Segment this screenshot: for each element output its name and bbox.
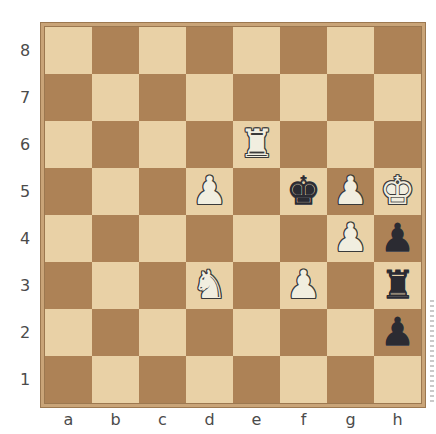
square-a8[interactable]	[45, 27, 92, 74]
square-b7[interactable]	[92, 74, 139, 121]
square-h5[interactable]: ♚	[374, 168, 421, 215]
square-e3[interactable]	[233, 262, 280, 309]
square-g1[interactable]	[327, 356, 374, 403]
square-e7[interactable]	[233, 74, 280, 121]
square-e4[interactable]	[233, 215, 280, 262]
square-b3[interactable]	[92, 262, 139, 309]
square-h2[interactable]: ♟	[374, 309, 421, 356]
piece-white-pawn: ♟	[327, 168, 374, 215]
file-label-g: g	[327, 408, 374, 432]
square-h6[interactable]	[374, 121, 421, 168]
square-a2[interactable]	[45, 309, 92, 356]
square-d5[interactable]: ♟	[186, 168, 233, 215]
chess-board: ♜♟♚♟♚♟♟♞♟♜♟	[44, 26, 422, 404]
square-h7[interactable]	[374, 74, 421, 121]
rank-label-5: 5	[14, 168, 36, 215]
file-labels: abcdefgh	[45, 408, 421, 432]
piece-black-pawn: ♟	[374, 215, 421, 262]
square-a1[interactable]	[45, 356, 92, 403]
square-c4[interactable]	[139, 215, 186, 262]
rank-label-6: 6	[14, 121, 36, 168]
piece-white-pawn: ♟	[186, 168, 233, 215]
square-h1[interactable]	[374, 356, 421, 403]
square-d3[interactable]: ♞	[186, 262, 233, 309]
square-d1[interactable]	[186, 356, 233, 403]
file-label-a: a	[45, 408, 92, 432]
square-b2[interactable]	[92, 309, 139, 356]
square-c5[interactable]	[139, 168, 186, 215]
square-c2[interactable]	[139, 309, 186, 356]
square-e8[interactable]	[233, 27, 280, 74]
square-e2[interactable]	[233, 309, 280, 356]
piece-white-king: ♚	[374, 168, 421, 215]
rank-label-4: 4	[14, 215, 36, 262]
square-b1[interactable]	[92, 356, 139, 403]
rank-label-3: 3	[14, 262, 36, 309]
rank-label-1: 1	[14, 356, 36, 403]
square-h4[interactable]: ♟	[374, 215, 421, 262]
square-c8[interactable]	[139, 27, 186, 74]
piece-black-pawn: ♟	[374, 309, 421, 356]
file-label-b: b	[92, 408, 139, 432]
rank-label-7: 7	[14, 74, 36, 121]
file-label-h: h	[374, 408, 421, 432]
square-e1[interactable]	[233, 356, 280, 403]
piece-black-king: ♚	[280, 168, 327, 215]
square-f2[interactable]	[280, 309, 327, 356]
square-e6[interactable]: ♜	[233, 121, 280, 168]
square-b6[interactable]	[92, 121, 139, 168]
piece-white-knight: ♞	[186, 262, 233, 309]
square-g5[interactable]: ♟	[327, 168, 374, 215]
square-h8[interactable]	[374, 27, 421, 74]
square-f1[interactable]	[280, 356, 327, 403]
square-g4[interactable]: ♟	[327, 215, 374, 262]
square-a7[interactable]	[45, 74, 92, 121]
square-h3[interactable]: ♜	[374, 262, 421, 309]
square-f3[interactable]: ♟	[280, 262, 327, 309]
file-label-c: c	[139, 408, 186, 432]
square-d4[interactable]	[186, 215, 233, 262]
square-b4[interactable]	[92, 215, 139, 262]
file-label-d: d	[186, 408, 233, 432]
square-g8[interactable]	[327, 27, 374, 74]
rank-labels: 87654321	[14, 27, 36, 403]
square-d8[interactable]	[186, 27, 233, 74]
square-f8[interactable]	[280, 27, 327, 74]
square-c3[interactable]	[139, 262, 186, 309]
square-g6[interactable]	[327, 121, 374, 168]
square-d2[interactable]	[186, 309, 233, 356]
piece-black-rook: ♜	[374, 262, 421, 309]
square-b5[interactable]	[92, 168, 139, 215]
piece-white-rook: ♜	[233, 121, 280, 168]
square-f4[interactable]	[280, 215, 327, 262]
square-a3[interactable]	[45, 262, 92, 309]
square-d7[interactable]	[186, 74, 233, 121]
square-d6[interactable]	[186, 121, 233, 168]
square-g2[interactable]	[327, 309, 374, 356]
square-f6[interactable]	[280, 121, 327, 168]
square-a5[interactable]	[45, 168, 92, 215]
square-f5[interactable]: ♚	[280, 168, 327, 215]
square-c6[interactable]	[139, 121, 186, 168]
square-a6[interactable]	[45, 121, 92, 168]
chess-board-frame: ♜♟♚♟♚♟♟♞♟♜♟	[40, 22, 426, 408]
rank-label-2: 2	[14, 309, 36, 356]
file-label-e: e	[233, 408, 280, 432]
square-b8[interactable]	[92, 27, 139, 74]
watermark	[430, 300, 434, 402]
square-g7[interactable]	[327, 74, 374, 121]
square-e5[interactable]	[233, 168, 280, 215]
file-label-f: f	[280, 408, 327, 432]
square-c1[interactable]	[139, 356, 186, 403]
piece-white-pawn: ♟	[327, 215, 374, 262]
square-f7[interactable]	[280, 74, 327, 121]
piece-white-pawn: ♟	[280, 262, 327, 309]
square-a4[interactable]	[45, 215, 92, 262]
rank-label-8: 8	[14, 27, 36, 74]
square-g3[interactable]	[327, 262, 374, 309]
square-c7[interactable]	[139, 74, 186, 121]
